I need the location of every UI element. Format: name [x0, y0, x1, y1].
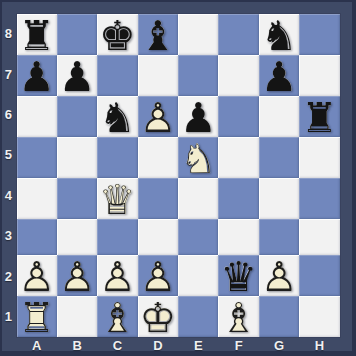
square-h2[interactable]: [299, 255, 339, 296]
square-f4[interactable]: [218, 178, 258, 219]
piece-white-king[interactable]: ♚♔: [138, 296, 178, 337]
rank-label-6: 6: [0, 94, 17, 134]
file-label-b: B: [57, 337, 97, 354]
piece-glyph-filled: ♝: [140, 16, 177, 57]
piece-glyph-outline: ♔: [140, 298, 177, 339]
piece-white-pawn[interactable]: ♟♙: [17, 255, 57, 296]
square-g4[interactable]: [259, 178, 299, 219]
piece-glyph-filled: ♟: [18, 57, 55, 98]
square-d5[interactable]: [138, 137, 178, 178]
square-f7[interactable]: [218, 55, 258, 96]
rank-label-3: 3: [0, 215, 17, 255]
piece-glyph-outline: ♖: [18, 298, 55, 339]
square-f6[interactable]: [218, 96, 258, 137]
square-g3[interactable]: [259, 219, 299, 255]
piece-black-pawn[interactable]: ♙♟: [178, 96, 218, 137]
square-a7[interactable]: ♙♟: [17, 55, 57, 96]
square-h7[interactable]: [299, 55, 339, 96]
piece-black-rook[interactable]: ♖♜: [299, 96, 339, 137]
piece-black-bishop[interactable]: ♗♝: [138, 14, 178, 55]
square-b4[interactable]: [57, 178, 97, 219]
rank-label-8: 8: [0, 14, 17, 54]
piece-glyph-outline: ♙: [140, 98, 177, 139]
piece-glyph-filled: ♜: [18, 16, 55, 57]
rank-label-4: 4: [0, 175, 17, 215]
square-c6[interactable]: ♘♞: [97, 96, 137, 137]
square-g2[interactable]: ♟♙: [259, 255, 299, 296]
rank-label-1: 1: [0, 296, 17, 336]
square-e4[interactable]: [178, 178, 218, 219]
square-h3[interactable]: [299, 219, 339, 255]
square-h4[interactable]: [299, 178, 339, 219]
piece-glyph-outline: ♕: [99, 180, 136, 221]
chess-board: ♖♜♔♚♗♝♘♞♙♟♙♟♙♟♘♞♟♙♙♟♖♜♞♘♛♕♟♙♟♙♟♙♟♙♕♛♟♙♜♖…: [17, 14, 340, 337]
square-c8[interactable]: ♔♚: [97, 14, 137, 55]
piece-glyph-outline: ♙: [99, 257, 136, 298]
square-g1[interactable]: [259, 296, 299, 337]
piece-glyph-filled: ♚: [99, 16, 136, 57]
piece-white-bishop[interactable]: ♝♗: [97, 296, 137, 337]
square-a3[interactable]: [17, 219, 57, 255]
square-e3[interactable]: [178, 219, 218, 255]
square-a8[interactable]: ♖♜: [17, 14, 57, 55]
square-d1[interactable]: ♚♔: [138, 296, 178, 337]
file-label-h: H: [299, 337, 339, 354]
square-c1[interactable]: ♝♗: [97, 296, 137, 337]
square-h8[interactable]: [299, 14, 339, 55]
piece-white-pawn[interactable]: ♟♙: [138, 96, 178, 137]
file-label-e: E: [178, 337, 218, 354]
square-b8[interactable]: [57, 14, 97, 55]
square-f3[interactable]: [218, 219, 258, 255]
square-g8[interactable]: ♘♞: [259, 14, 299, 55]
square-d3[interactable]: [138, 219, 178, 255]
square-b2[interactable]: ♟♙: [57, 255, 97, 296]
piece-black-pawn[interactable]: ♙♟: [259, 55, 299, 96]
square-c3[interactable]: [97, 219, 137, 255]
piece-black-pawn[interactable]: ♙♟: [57, 55, 97, 96]
file-labels: ABCDEFGH: [17, 337, 340, 354]
square-c2[interactable]: ♟♙: [97, 255, 137, 296]
square-e8[interactable]: [178, 14, 218, 55]
square-b7[interactable]: ♙♟: [57, 55, 97, 96]
piece-white-pawn[interactable]: ♟♙: [57, 255, 97, 296]
piece-white-knight[interactable]: ♞♘: [178, 137, 218, 178]
square-c4[interactable]: ♛♕: [97, 178, 137, 219]
square-a5[interactable]: [17, 137, 57, 178]
square-h5[interactable]: [299, 137, 339, 178]
piece-glyph-filled: ♞: [261, 16, 298, 57]
square-h6[interactable]: ♖♜: [299, 96, 339, 137]
square-b1[interactable]: [57, 296, 97, 337]
piece-glyph-filled: ♟: [261, 57, 298, 98]
piece-white-rook[interactable]: ♜♖: [17, 296, 57, 337]
piece-glyph-filled: ♞: [99, 98, 136, 139]
piece-glyph-filled: ♜: [301, 98, 338, 139]
piece-glyph-filled: ♟: [59, 57, 96, 98]
piece-black-rook[interactable]: ♖♜: [17, 14, 57, 55]
square-a2[interactable]: ♟♙: [17, 255, 57, 296]
piece-glyph-outline: ♘: [180, 139, 217, 180]
square-e6[interactable]: ♙♟: [178, 96, 218, 137]
piece-glyph-outline: ♙: [140, 257, 177, 298]
square-e5[interactable]: ♞♘: [178, 137, 218, 178]
piece-white-bishop[interactable]: ♝♗: [218, 296, 258, 337]
square-h1[interactable]: [299, 296, 339, 337]
piece-glyph-outline: ♗: [220, 298, 257, 339]
rank-labels: 87654321: [0, 14, 17, 337]
file-label-g: G: [259, 337, 299, 354]
square-b3[interactable]: [57, 219, 97, 255]
piece-glyph-filled: ♟: [180, 98, 217, 139]
rank-label-5: 5: [0, 135, 17, 175]
chess-app: 87654321 ABCDEFGH ♖♜♔♚♗♝♘♞♙♟♙♟♙♟♘♞♟♙♙♟♖♜…: [0, 0, 356, 356]
piece-glyph-outline: ♙: [18, 257, 55, 298]
square-e1[interactable]: [178, 296, 218, 337]
square-f5[interactable]: [218, 137, 258, 178]
square-c7[interactable]: [97, 55, 137, 96]
square-f8[interactable]: [218, 14, 258, 55]
square-d4[interactable]: [138, 178, 178, 219]
piece-white-pawn[interactable]: ♟♙: [259, 255, 299, 296]
square-f2[interactable]: ♕♛: [218, 255, 258, 296]
piece-black-pawn[interactable]: ♙♟: [17, 55, 57, 96]
piece-white-pawn[interactable]: ♟♙: [97, 255, 137, 296]
piece-glyph-filled: ♛: [220, 257, 257, 298]
square-a1[interactable]: ♜♖: [17, 296, 57, 337]
square-a6[interactable]: [17, 96, 57, 137]
rank-label-2: 2: [0, 256, 17, 296]
square-d2[interactable]: ♟♙: [138, 255, 178, 296]
square-c5[interactable]: [97, 137, 137, 178]
square-e7[interactable]: [178, 55, 218, 96]
square-g6[interactable]: [259, 96, 299, 137]
square-d8[interactable]: ♗♝: [138, 14, 178, 55]
square-b5[interactable]: [57, 137, 97, 178]
piece-glyph-outline: ♙: [261, 257, 298, 298]
piece-glyph-outline: ♙: [59, 257, 96, 298]
piece-white-queen[interactable]: ♛♕: [97, 178, 137, 219]
square-f1[interactable]: ♝♗: [218, 296, 258, 337]
square-d6[interactable]: ♟♙: [138, 96, 178, 137]
piece-black-knight[interactable]: ♘♞: [97, 96, 137, 137]
square-a4[interactable]: [17, 178, 57, 219]
square-e2[interactable]: [178, 255, 218, 296]
piece-black-queen[interactable]: ♕♛: [218, 255, 258, 296]
square-d7[interactable]: [138, 55, 178, 96]
square-g5[interactable]: [259, 137, 299, 178]
piece-glyph-outline: ♗: [99, 298, 136, 339]
rank-label-7: 7: [0, 54, 17, 94]
piece-white-pawn[interactable]: ♟♙: [138, 255, 178, 296]
piece-black-knight[interactable]: ♘♞: [259, 14, 299, 55]
square-b6[interactable]: [57, 96, 97, 137]
piece-black-king[interactable]: ♔♚: [97, 14, 137, 55]
square-g7[interactable]: ♙♟: [259, 55, 299, 96]
